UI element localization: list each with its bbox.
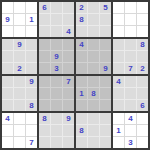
cell-r11c10[interactable]: 1 <box>113 125 124 136</box>
cell-r10c1[interactable]: 4 <box>2 113 13 124</box>
cell-r1c10[interactable] <box>113 2 124 13</box>
cell-r11c8[interactable] <box>88 125 99 136</box>
cell-r7c4[interactable] <box>39 76 50 87</box>
cell-r5c12[interactable] <box>137 51 148 62</box>
cell-r2c7[interactable]: 8 <box>76 14 87 25</box>
cell-r12c6[interactable] <box>63 137 74 148</box>
cell-r10c4[interactable]: 8 <box>39 113 50 124</box>
cell-r10c10[interactable] <box>113 113 124 124</box>
box-r3c2: 7 <box>39 76 74 111</box>
cell-r3c3[interactable] <box>26 26 37 37</box>
cell-r2c2[interactable] <box>14 14 25 25</box>
cell-r10c12[interactable] <box>137 113 148 124</box>
cell-r8c5[interactable] <box>51 88 62 99</box>
cell-r2c1[interactable]: 9 <box>2 14 13 25</box>
cell-r7c2[interactable] <box>14 76 25 87</box>
box-r4c2: 89 <box>39 113 74 148</box>
cell-r1c12[interactable] <box>137 2 148 13</box>
cell-r8c3[interactable] <box>26 88 37 99</box>
cell-r9c10[interactable] <box>113 100 124 111</box>
cell-r10c8[interactable] <box>88 113 99 124</box>
cell-r1c7[interactable]: 2 <box>76 2 87 13</box>
cell-r6c3[interactable] <box>26 63 37 74</box>
cell-r12c7[interactable] <box>76 137 87 148</box>
cell-r11c5[interactable] <box>51 125 62 136</box>
cell-r11c6[interactable] <box>63 125 74 136</box>
cell-r2c3[interactable]: 1 <box>26 14 37 25</box>
cell-r6c8[interactable] <box>88 63 99 74</box>
cell-r3c2[interactable] <box>14 26 25 37</box>
cell-r9c9[interactable] <box>100 100 111 111</box>
cell-r1c6[interactable] <box>63 2 74 13</box>
cell-r12c2[interactable] <box>14 137 25 148</box>
cell-r8c2[interactable] <box>14 88 25 99</box>
cell-r12c8[interactable] <box>88 137 99 148</box>
box-r3c1: 98 <box>2 76 37 111</box>
cell-r2c8[interactable] <box>88 14 99 25</box>
cell-r9c1[interactable] <box>2 100 13 111</box>
cell-r11c2[interactable] <box>14 125 25 136</box>
cell-r2c6[interactable] <box>63 14 74 25</box>
cell-r9c11[interactable] <box>125 100 136 111</box>
box-r4c1: 47 <box>2 113 37 148</box>
cell-r8c6[interactable] <box>63 88 74 99</box>
cell-r2c5[interactable] <box>51 14 62 25</box>
box-r3c3: 18 <box>76 76 111 111</box>
cell-r10c6[interactable]: 9 <box>63 113 74 124</box>
cell-r1c1[interactable] <box>2 2 13 13</box>
box-r1c4 <box>113 2 148 37</box>
cell-r4c7[interactable]: 4 <box>76 39 87 50</box>
cell-r12c3[interactable]: 7 <box>26 137 37 148</box>
cell-r4c1[interactable] <box>2 39 13 50</box>
cell-r7c9[interactable] <box>100 76 111 87</box>
cell-r11c3[interactable] <box>26 125 37 136</box>
cell-r11c4[interactable] <box>39 125 50 136</box>
cell-r3c6[interactable]: 4 <box>63 26 74 37</box>
cell-r3c4[interactable] <box>39 26 50 37</box>
cell-r8c4[interactable] <box>39 88 50 99</box>
cell-r1c2[interactable] <box>14 2 25 13</box>
cell-r7c3[interactable]: 9 <box>26 76 37 87</box>
cell-r3c12[interactable] <box>137 26 148 37</box>
cell-r12c4[interactable] <box>39 137 50 148</box>
cell-r1c3[interactable] <box>26 2 37 13</box>
cell-r4c4[interactable] <box>39 39 50 50</box>
cell-r10c11[interactable]: 4 <box>125 113 136 124</box>
cell-r8c10[interactable] <box>113 88 124 99</box>
cell-r1c8[interactable] <box>88 2 99 13</box>
cell-r4c9[interactable] <box>100 39 111 50</box>
box-r4c3: 8 <box>76 113 111 148</box>
cell-r4c8[interactable] <box>88 39 99 50</box>
cell-r12c11[interactable]: 3 <box>125 137 136 148</box>
cell-r12c12[interactable] <box>137 137 148 148</box>
cell-r11c11[interactable] <box>125 125 136 136</box>
cell-r4c11[interactable] <box>125 39 136 50</box>
cell-r5c1[interactable] <box>2 51 13 62</box>
cell-r2c11[interactable] <box>125 14 136 25</box>
cell-r10c9[interactable] <box>100 113 111 124</box>
cell-r7c7[interactable] <box>76 76 87 87</box>
cell-r9c8[interactable] <box>88 100 99 111</box>
cell-r10c5[interactable] <box>51 113 62 124</box>
box-r1c2: 64 <box>39 2 74 37</box>
cell-r1c11[interactable] <box>125 2 136 13</box>
cell-r4c2[interactable]: 9 <box>14 39 25 50</box>
cell-r6c6[interactable] <box>63 63 74 74</box>
cell-r7c6[interactable]: 7 <box>63 76 74 87</box>
cell-r7c11[interactable] <box>125 76 136 87</box>
cell-r3c1[interactable] <box>2 26 13 37</box>
cell-r5c11[interactable] <box>125 51 136 62</box>
cell-r1c4[interactable]: 6 <box>39 2 50 13</box>
cell-r9c6[interactable] <box>63 100 74 111</box>
cell-r5c2[interactable] <box>14 51 25 62</box>
cell-r8c1[interactable] <box>2 88 13 99</box>
cell-r4c5[interactable] <box>51 39 62 50</box>
cell-r11c9[interactable] <box>100 125 111 136</box>
cell-r10c2[interactable] <box>14 113 25 124</box>
cell-r12c5[interactable] <box>51 137 62 148</box>
cell-r9c3[interactable]: 8 <box>26 100 37 111</box>
cell-r6c1[interactable] <box>2 63 13 74</box>
cell-r5c3[interactable] <box>26 51 37 62</box>
cell-r6c5[interactable]: 3 <box>51 63 62 74</box>
box-r4c4: 413 <box>113 113 148 148</box>
box-r2c4: 872 <box>113 39 148 74</box>
box-r1c1: 91 <box>2 2 37 37</box>
cell-r8c11[interactable] <box>125 88 136 99</box>
cell-r9c7[interactable] <box>76 100 87 111</box>
cell-r7c8[interactable] <box>88 76 99 87</box>
cell-r11c7[interactable]: 8 <box>76 125 87 136</box>
box-r2c2: 93 <box>39 39 74 74</box>
cell-r5c5[interactable]: 9 <box>51 51 62 62</box>
cell-r1c5[interactable] <box>51 2 62 13</box>
cell-r2c10[interactable] <box>113 14 124 25</box>
cell-r3c8[interactable] <box>88 26 99 37</box>
cell-r3c11[interactable] <box>125 26 136 37</box>
cell-r3c10[interactable] <box>113 26 124 37</box>
cell-r2c4[interactable] <box>39 14 50 25</box>
cell-r6c7[interactable] <box>76 63 87 74</box>
cell-r7c12[interactable] <box>137 76 148 87</box>
cell-r8c12[interactable] <box>137 88 148 99</box>
cell-r11c1[interactable] <box>2 125 13 136</box>
cell-r6c2[interactable]: 2 <box>14 63 25 74</box>
cell-r3c7[interactable] <box>76 26 87 37</box>
cell-r11c12[interactable] <box>137 125 148 136</box>
cell-r6c11[interactable]: 7 <box>125 63 136 74</box>
cell-r4c6[interactable] <box>63 39 74 50</box>
box-r3c4: 46 <box>113 76 148 111</box>
cell-r9c5[interactable] <box>51 100 62 111</box>
cell-r2c12[interactable] <box>137 14 148 25</box>
box-r2c3: 49 <box>76 39 111 74</box>
cell-r8c7[interactable]: 1 <box>76 88 87 99</box>
box-r1c3: 258 <box>76 2 111 37</box>
cell-r4c12[interactable]: 8 <box>137 39 148 50</box>
cell-r8c8[interactable]: 8 <box>88 88 99 99</box>
cell-r8c9[interactable] <box>100 88 111 99</box>
cell-r6c12[interactable]: 2 <box>137 63 148 74</box>
cell-r12c1[interactable] <box>2 137 13 148</box>
cell-r7c10[interactable]: 4 <box>113 76 124 87</box>
cell-r4c10[interactable] <box>113 39 124 50</box>
cell-r6c10[interactable] <box>113 63 124 74</box>
cell-r9c4[interactable] <box>39 100 50 111</box>
cell-r5c8[interactable] <box>88 51 99 62</box>
cell-r12c10[interactable] <box>113 137 124 148</box>
cell-r6c4[interactable] <box>39 63 50 74</box>
cell-r9c12[interactable]: 6 <box>137 100 148 111</box>
cell-r5c7[interactable] <box>76 51 87 62</box>
cell-r2c9[interactable] <box>100 14 111 25</box>
cell-r12c9[interactable] <box>100 137 111 148</box>
cell-r10c3[interactable] <box>26 113 37 124</box>
cell-r7c5[interactable] <box>51 76 62 87</box>
cell-r4c3[interactable] <box>26 39 37 50</box>
cell-r5c10[interactable] <box>113 51 124 62</box>
cell-r5c6[interactable] <box>63 51 74 62</box>
cell-r3c5[interactable] <box>51 26 62 37</box>
cell-r1c9[interactable]: 5 <box>100 2 111 13</box>
cell-r6c9[interactable]: 9 <box>100 63 111 74</box>
cell-r5c9[interactable] <box>100 51 111 62</box>
cell-r7c1[interactable] <box>2 76 13 87</box>
cell-r9c2[interactable] <box>14 100 25 111</box>
cell-r3c9[interactable] <box>100 26 111 37</box>
box-r2c1: 92 <box>2 39 37 74</box>
cell-r10c7[interactable] <box>76 113 87 124</box>
sudoku-board: 9164258929349872987184647898413 <box>0 0 150 150</box>
cell-r5c4[interactable] <box>39 51 50 62</box>
